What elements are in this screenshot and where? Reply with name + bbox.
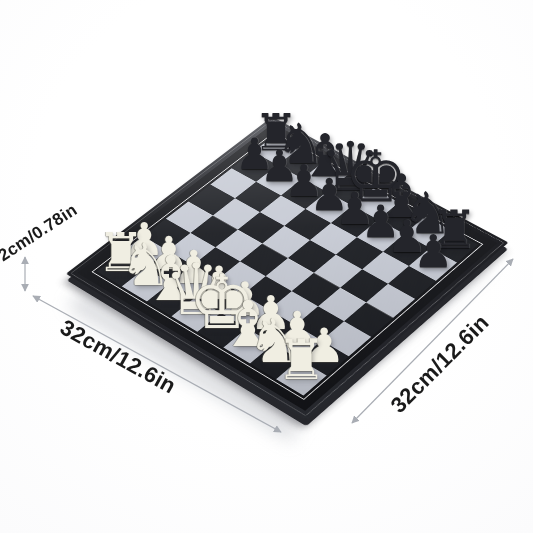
- thickness-dimension-label: 2cm/0.78in: [0, 200, 81, 266]
- product-photo-scene: ♜♞♝♛♚♝♞♜♟♟♟♟♟♟♟♟♟♟♟♟♟♟♟♟♜♞♝♛♚♝♞♜ 2cm/0.7…: [0, 0, 533, 533]
- board-perspective-wrap: [126, 96, 451, 421]
- chess-board: [66, 117, 509, 420]
- board-grid: [97, 136, 478, 396]
